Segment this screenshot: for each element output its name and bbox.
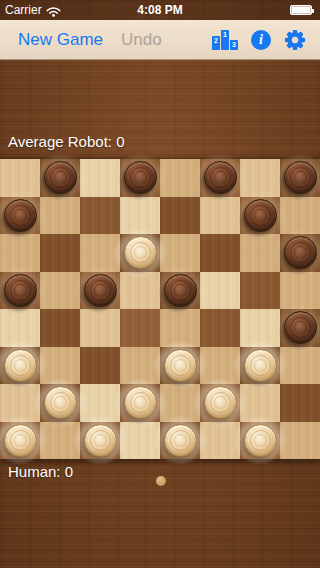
undo-button[interactable]: Undo xyxy=(121,30,162,50)
square-h8[interactable] xyxy=(280,159,320,197)
square-b8[interactable] xyxy=(40,159,80,197)
square-c4[interactable] xyxy=(80,309,120,347)
square-c6[interactable] xyxy=(80,234,120,272)
square-d5[interactable] xyxy=(120,272,160,310)
square-b2[interactable] xyxy=(40,384,80,422)
square-d6[interactable] xyxy=(120,234,160,272)
dark-piece[interactable] xyxy=(284,236,317,269)
light-piece[interactable] xyxy=(4,424,37,457)
light-piece[interactable] xyxy=(4,349,37,382)
square-a7[interactable] xyxy=(0,197,40,235)
square-f4[interactable] xyxy=(200,309,240,347)
square-e1[interactable] xyxy=(160,422,200,460)
square-h6[interactable] xyxy=(280,234,320,272)
dark-piece[interactable] xyxy=(124,161,157,194)
navigation-bar: New Game Undo 2 1 3 i xyxy=(0,20,320,60)
square-e4[interactable] xyxy=(160,309,200,347)
square-b7[interactable] xyxy=(40,197,80,235)
square-f8[interactable] xyxy=(200,159,240,197)
square-d3[interactable] xyxy=(120,347,160,385)
square-e3[interactable] xyxy=(160,347,200,385)
leaderboard-icon[interactable]: 2 1 3 xyxy=(212,30,238,50)
square-h1[interactable] xyxy=(280,422,320,460)
square-c1[interactable] xyxy=(80,422,120,460)
light-piece[interactable] xyxy=(124,236,157,269)
settings-gear-icon[interactable] xyxy=(284,29,306,51)
square-b6[interactable] xyxy=(40,234,80,272)
square-a5[interactable] xyxy=(0,272,40,310)
square-a4[interactable] xyxy=(0,309,40,347)
light-piece[interactable] xyxy=(204,386,237,419)
square-g5[interactable] xyxy=(240,272,280,310)
square-e2[interactable] xyxy=(160,384,200,422)
square-h5[interactable] xyxy=(280,272,320,310)
square-f5[interactable] xyxy=(200,272,240,310)
square-a3[interactable] xyxy=(0,347,40,385)
square-f1[interactable] xyxy=(200,422,240,460)
square-a6[interactable] xyxy=(0,234,40,272)
page-indicator-dot xyxy=(156,476,166,486)
nav-icon-group: 2 1 3 i xyxy=(212,29,306,51)
square-a8[interactable] xyxy=(0,159,40,197)
square-b5[interactable] xyxy=(40,272,80,310)
dark-piece[interactable] xyxy=(4,199,37,232)
dark-piece[interactable] xyxy=(284,311,317,344)
square-f2[interactable] xyxy=(200,384,240,422)
robot-score-label: Average Robot: 0 xyxy=(8,133,124,150)
dark-piece[interactable] xyxy=(44,161,77,194)
dark-piece[interactable] xyxy=(244,199,277,232)
light-piece[interactable] xyxy=(244,424,277,457)
square-f7[interactable] xyxy=(200,197,240,235)
square-g3[interactable] xyxy=(240,347,280,385)
dark-piece[interactable] xyxy=(164,274,197,307)
human-score-label: Human: 0 xyxy=(8,463,73,480)
square-h7[interactable] xyxy=(280,197,320,235)
info-icon[interactable]: i xyxy=(251,30,271,50)
light-piece[interactable] xyxy=(44,386,77,419)
podium-bar-3: 3 xyxy=(230,40,238,50)
dark-piece[interactable] xyxy=(84,274,117,307)
clock: 4:08 PM xyxy=(0,3,320,17)
square-b1[interactable] xyxy=(40,422,80,460)
checkers-board xyxy=(0,159,320,459)
square-d7[interactable] xyxy=(120,197,160,235)
square-b4[interactable] xyxy=(40,309,80,347)
podium-bar-1: 1 xyxy=(221,30,229,50)
square-d1[interactable] xyxy=(120,422,160,460)
app-screen: Carrier 4:08 PM New Game Undo 2 1 3 i xyxy=(0,0,320,568)
square-g4[interactable] xyxy=(240,309,280,347)
square-c8[interactable] xyxy=(80,159,120,197)
square-a1[interactable] xyxy=(0,422,40,460)
square-h3[interactable] xyxy=(280,347,320,385)
square-c7[interactable] xyxy=(80,197,120,235)
square-e7[interactable] xyxy=(160,197,200,235)
square-g8[interactable] xyxy=(240,159,280,197)
square-f6[interactable] xyxy=(200,234,240,272)
square-g6[interactable] xyxy=(240,234,280,272)
light-piece[interactable] xyxy=(164,349,197,382)
square-g7[interactable] xyxy=(240,197,280,235)
light-piece[interactable] xyxy=(124,386,157,419)
dark-piece[interactable] xyxy=(204,161,237,194)
square-f3[interactable] xyxy=(200,347,240,385)
square-g1[interactable] xyxy=(240,422,280,460)
podium-bar-2: 2 xyxy=(212,36,220,50)
square-h2[interactable] xyxy=(280,384,320,422)
light-piece[interactable] xyxy=(244,349,277,382)
dark-piece[interactable] xyxy=(4,274,37,307)
battery-icon xyxy=(290,5,312,15)
square-e8[interactable] xyxy=(160,159,200,197)
dark-piece[interactable] xyxy=(284,161,317,194)
square-g2[interactable] xyxy=(240,384,280,422)
square-a2[interactable] xyxy=(0,384,40,422)
square-c3[interactable] xyxy=(80,347,120,385)
square-b3[interactable] xyxy=(40,347,80,385)
light-piece[interactable] xyxy=(84,424,117,457)
new-game-button[interactable]: New Game xyxy=(18,30,103,50)
status-bar: Carrier 4:08 PM xyxy=(0,0,320,20)
square-e6[interactable] xyxy=(160,234,200,272)
square-d8[interactable] xyxy=(120,159,160,197)
square-c5[interactable] xyxy=(80,272,120,310)
square-d4[interactable] xyxy=(120,309,160,347)
square-e5[interactable] xyxy=(160,272,200,310)
light-piece[interactable] xyxy=(164,424,197,457)
square-d2[interactable] xyxy=(120,384,160,422)
square-c2[interactable] xyxy=(80,384,120,422)
square-h4[interactable] xyxy=(280,309,320,347)
